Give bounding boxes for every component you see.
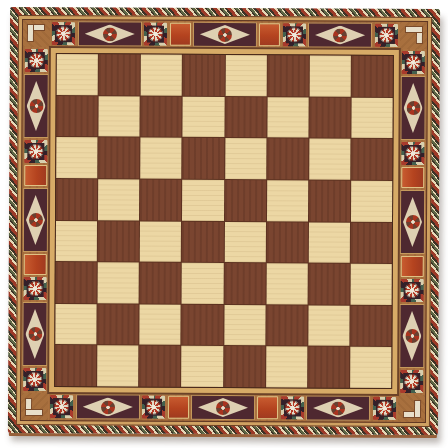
rosette-motif-icon: [283, 23, 306, 46]
square-a1[interactable]: [55, 345, 96, 386]
square-g1[interactable]: [308, 347, 349, 388]
chessboard: [8, 7, 440, 435]
border-left: [21, 47, 50, 393]
square-g5[interactable]: [309, 180, 350, 221]
square-e8[interactable]: [225, 55, 266, 96]
square-g8[interactable]: [309, 55, 350, 96]
rosette-motif-icon: [144, 23, 167, 46]
square-a5[interactable]: [56, 179, 97, 220]
square-h1[interactable]: [350, 347, 391, 388]
square-c5[interactable]: [140, 179, 181, 220]
square-d5[interactable]: [182, 180, 223, 221]
play-area: [54, 53, 394, 389]
square-e5[interactable]: [225, 180, 266, 221]
red-rect-motif-icon: [24, 254, 47, 275]
diamond-motif-icon: [22, 302, 47, 366]
diamond-motif-icon: [308, 22, 372, 47]
rosette-motif-icon: [372, 397, 395, 420]
rosette-motif-icon: [52, 22, 75, 45]
square-a4[interactable]: [56, 221, 97, 262]
square-c4[interactable]: [140, 221, 181, 262]
red-rect-motif-icon: [169, 23, 190, 46]
square-g6[interactable]: [309, 139, 350, 180]
square-c7[interactable]: [141, 96, 182, 137]
square-b3[interactable]: [98, 262, 139, 303]
diamond-motif-icon: [306, 395, 370, 420]
red-rect-motif-icon: [401, 167, 424, 188]
rosette-motif-icon: [281, 396, 304, 419]
square-g7[interactable]: [309, 97, 350, 138]
square-f2[interactable]: [266, 305, 307, 346]
square-b7[interactable]: [99, 96, 140, 137]
diamond-motif-icon: [191, 395, 255, 420]
rosette-motif-icon: [401, 142, 424, 165]
border-right: [398, 49, 427, 395]
diamond-motif-icon: [193, 22, 257, 47]
diamond-motif-icon: [399, 304, 424, 368]
square-h4[interactable]: [351, 222, 392, 263]
square-b4[interactable]: [98, 221, 139, 262]
rosette-motif-icon: [25, 49, 48, 72]
square-a2[interactable]: [55, 304, 96, 345]
red-rect-motif-icon: [168, 396, 189, 419]
square-d7[interactable]: [183, 96, 224, 137]
square-c1[interactable]: [139, 346, 180, 387]
square-e6[interactable]: [225, 138, 266, 179]
square-h6[interactable]: [351, 139, 392, 180]
square-f3[interactable]: [266, 263, 307, 304]
diamond-motif-icon: [78, 21, 142, 46]
corner-bracket-top-right-icon: [400, 22, 427, 49]
square-e7[interactable]: [225, 97, 266, 138]
square-b5[interactable]: [98, 179, 139, 220]
square-e1[interactable]: [224, 346, 265, 387]
diamond-motif-icon: [400, 190, 425, 254]
square-h3[interactable]: [350, 264, 391, 305]
square-a8[interactable]: [57, 54, 98, 95]
square-f6[interactable]: [267, 138, 308, 179]
square-b6[interactable]: [98, 138, 139, 179]
border-bottom: [48, 393, 398, 422]
red-rect-motif-icon: [259, 23, 280, 46]
square-d2[interactable]: [182, 305, 223, 346]
diamond-motif-icon: [400, 76, 425, 140]
border-top: [50, 20, 400, 49]
rosette-motif-icon: [401, 279, 424, 302]
square-c2[interactable]: [140, 304, 181, 345]
rosette-motif-icon: [400, 370, 423, 393]
square-f8[interactable]: [267, 55, 308, 96]
corner-bracket-bottom-left-icon: [21, 393, 48, 420]
diamond-motif-icon: [76, 394, 140, 419]
square-f5[interactable]: [267, 180, 308, 221]
square-b1[interactable]: [97, 346, 138, 387]
red-rect-motif-icon: [401, 256, 424, 277]
red-rect-motif-icon: [24, 165, 47, 186]
square-e2[interactable]: [224, 305, 265, 346]
screenshot: [0, 0, 448, 448]
square-f4[interactable]: [266, 222, 307, 263]
square-h7[interactable]: [351, 97, 392, 138]
square-e3[interactable]: [224, 263, 265, 304]
square-g2[interactable]: [308, 305, 349, 346]
square-d3[interactable]: [182, 263, 223, 304]
rosette-motif-icon: [374, 24, 397, 47]
rosette-motif-icon: [142, 396, 165, 419]
square-h2[interactable]: [350, 305, 391, 346]
square-d6[interactable]: [183, 138, 224, 179]
square-g3[interactable]: [308, 264, 349, 305]
square-a3[interactable]: [56, 262, 97, 303]
square-c6[interactable]: [140, 138, 181, 179]
square-b8[interactable]: [99, 54, 140, 95]
diamond-motif-icon: [23, 188, 48, 252]
diamond-motif-icon: [23, 74, 48, 138]
rosette-motif-icon: [24, 140, 47, 163]
square-a6[interactable]: [56, 137, 97, 178]
square-h8[interactable]: [352, 56, 393, 97]
rosette-motif-icon: [24, 277, 47, 300]
square-g4[interactable]: [309, 222, 350, 263]
square-d8[interactable]: [183, 55, 224, 96]
square-c8[interactable]: [141, 55, 182, 96]
square-h5[interactable]: [351, 181, 392, 222]
square-a7[interactable]: [56, 96, 97, 137]
corner-bracket-bottom-right-icon: [398, 395, 425, 422]
rosette-motif-icon: [402, 51, 425, 74]
square-e4[interactable]: [224, 222, 265, 263]
square-f1[interactable]: [266, 347, 307, 388]
square-c3[interactable]: [140, 263, 181, 304]
square-f7[interactable]: [267, 97, 308, 138]
red-rect-motif-icon: [257, 396, 278, 419]
corner-bracket-top-left-icon: [23, 20, 50, 47]
rosette-motif-icon: [23, 368, 46, 391]
rosette-motif-icon: [50, 395, 73, 418]
square-b2[interactable]: [97, 304, 138, 345]
square-d4[interactable]: [182, 221, 223, 262]
square-d1[interactable]: [182, 346, 223, 387]
